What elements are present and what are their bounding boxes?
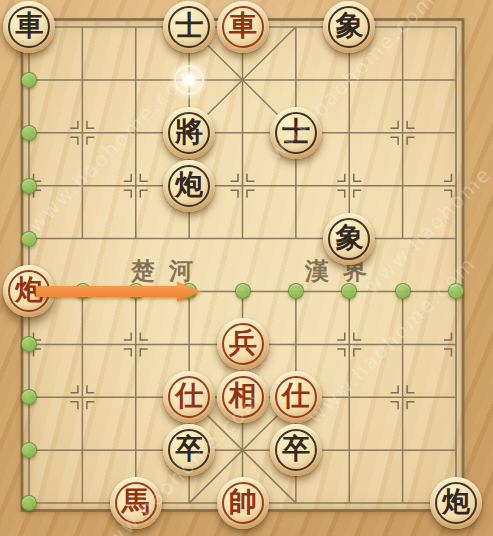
- move-target-dot[interactable]: [75, 283, 91, 299]
- piece-red-general[interactable]: 帥: [217, 477, 269, 529]
- board-intersections-grid[interactable]: 車士車象將士炮象炮兵仕相仕卒卒馬帥炮: [3, 1, 483, 530]
- piece-black-cannon[interactable]: 炮: [430, 477, 482, 529]
- piece-red-advisor[interactable]: 仕: [163, 371, 215, 423]
- move-target-dot[interactable]: [21, 442, 37, 458]
- move-target-dot[interactable]: [21, 178, 37, 194]
- move-target-dot[interactable]: [21, 336, 37, 352]
- piece-glyph: 車: [229, 12, 257, 40]
- piece-black-advisor[interactable]: 士: [270, 107, 322, 159]
- move-target-dot[interactable]: [21, 72, 37, 88]
- piece-red-chariot[interactable]: 車: [217, 1, 269, 53]
- piece-red-elephant[interactable]: 相: [217, 371, 269, 423]
- move-target-dot[interactable]: [181, 283, 197, 299]
- piece-glyph: 兵: [229, 329, 257, 357]
- piece-glyph: 相: [229, 382, 257, 410]
- move-target-dot[interactable]: [395, 283, 411, 299]
- move-target-dot[interactable]: [448, 283, 464, 299]
- move-target-dot[interactable]: [341, 283, 357, 299]
- piece-glyph: 卒: [282, 435, 310, 463]
- piece-glyph: 士: [175, 12, 203, 40]
- piece-glyph: 仕: [175, 382, 203, 410]
- move-target-dot[interactable]: [21, 495, 37, 511]
- move-target-dot[interactable]: [21, 125, 37, 141]
- piece-red-advisor[interactable]: 仕: [270, 371, 322, 423]
- piece-black-chariot[interactable]: 車: [3, 1, 55, 53]
- piece-glyph: 帥: [229, 488, 257, 516]
- piece-red-cannon[interactable]: 炮: [3, 265, 55, 317]
- piece-glyph: 象: [335, 12, 363, 40]
- piece-black-advisor[interactable]: 士: [163, 1, 215, 53]
- piece-black-soldier[interactable]: 卒: [163, 424, 215, 476]
- move-target-dot[interactable]: [21, 389, 37, 405]
- piece-glyph: 馬: [122, 488, 150, 516]
- move-target-dot[interactable]: [128, 283, 144, 299]
- piece-black-elephant[interactable]: 象: [323, 1, 375, 53]
- piece-glyph: 炮: [442, 488, 470, 516]
- piece-black-soldier[interactable]: 卒: [270, 424, 322, 476]
- piece-glyph: 炮: [15, 276, 43, 304]
- move-target-dot[interactable]: [21, 231, 37, 247]
- piece-black-general[interactable]: 將: [163, 107, 215, 159]
- piece-black-elephant[interactable]: 象: [323, 213, 375, 265]
- piece-glyph: 士: [282, 118, 310, 146]
- piece-glyph: 將: [175, 118, 203, 146]
- piece-glyph: 卒: [175, 435, 203, 463]
- piece-glyph: 炮: [175, 171, 203, 199]
- move-target-dot[interactable]: [288, 283, 304, 299]
- piece-black-cannon[interactable]: 炮: [163, 160, 215, 212]
- xiangqi-game-screen: 楚河 漢界 車士車象將士炮象炮兵仕相仕卒卒馬帥炮 www.haohome.com…: [0, 0, 493, 536]
- piece-glyph: 象: [335, 224, 363, 252]
- piece-red-horse[interactable]: 馬: [110, 477, 162, 529]
- move-target-dot[interactable]: [235, 283, 251, 299]
- piece-red-soldier[interactable]: 兵: [217, 318, 269, 370]
- piece-glyph: 仕: [282, 382, 310, 410]
- piece-glyph: 車: [15, 12, 43, 40]
